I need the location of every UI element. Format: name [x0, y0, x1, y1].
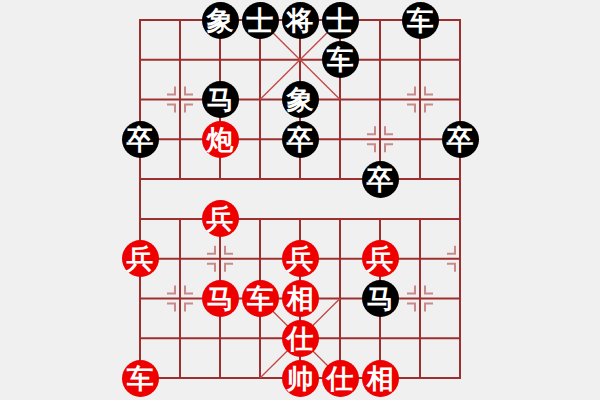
piece-red-elephant[interactable]: 相: [282, 280, 319, 317]
piece-black-elephant[interactable]: 象: [202, 2, 239, 39]
piece-red-general[interactable]: 帅: [282, 360, 319, 397]
piece-red-advisor[interactable]: 仕: [282, 320, 319, 357]
piece-red-advisor[interactable]: 仕: [322, 360, 359, 397]
piece-black-chariot[interactable]: 车: [322, 41, 359, 78]
piece-black-soldier[interactable]: 卒: [282, 121, 319, 158]
piece-black-horse[interactable]: 马: [362, 280, 399, 317]
piece-black-advisor[interactable]: 士: [242, 2, 279, 39]
piece-black-soldier[interactable]: 卒: [442, 121, 479, 158]
piece-red-soldier[interactable]: 兵: [282, 240, 319, 277]
piece-red-chariot[interactable]: 车: [122, 360, 159, 397]
piece-black-elephant[interactable]: 象: [282, 81, 319, 118]
piece-red-horse[interactable]: 马: [202, 280, 239, 317]
piece-red-soldier[interactable]: 兵: [362, 240, 399, 277]
xiangqi-app: 象士将士车车马象卒炮卒卒卒兵兵兵兵马车相马仕车帅仕相: [0, 0, 600, 400]
piece-black-advisor[interactable]: 士: [322, 2, 359, 39]
piece-red-soldier[interactable]: 兵: [122, 240, 159, 277]
piece-red-chariot[interactable]: 车: [242, 280, 279, 317]
piece-red-cannon[interactable]: 炮: [202, 121, 239, 158]
piece-black-horse[interactable]: 马: [202, 81, 239, 118]
piece-black-soldier[interactable]: 卒: [362, 161, 399, 198]
piece-black-general[interactable]: 将: [282, 2, 319, 39]
piece-black-chariot[interactable]: 车: [402, 2, 439, 39]
piece-black-soldier[interactable]: 卒: [122, 121, 159, 158]
piece-red-soldier[interactable]: 兵: [202, 200, 239, 237]
piece-red-elephant[interactable]: 相: [362, 360, 399, 397]
